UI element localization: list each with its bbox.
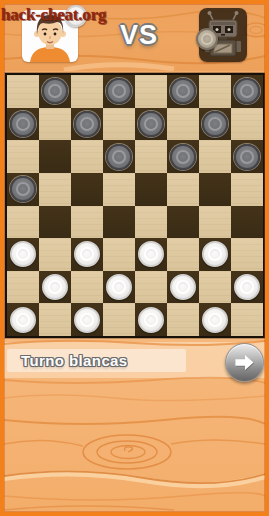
square-2-2[interactable] [71,140,103,173]
black-piece[interactable] [138,111,164,137]
square-7-0[interactable] [7,303,39,336]
square-2-1[interactable] [39,140,71,173]
square-5-4[interactable] [135,238,167,271]
square-0-5[interactable] [167,75,199,108]
square-1-4[interactable] [135,108,167,141]
black-piece[interactable] [202,111,228,137]
square-2-5[interactable] [167,140,199,173]
square-4-3[interactable] [103,206,135,239]
white-piece[interactable] [234,274,260,300]
next-button[interactable] [225,343,264,382]
square-4-2[interactable] [71,206,103,239]
square-2-4[interactable] [135,140,167,173]
square-7-7[interactable] [231,303,263,336]
square-2-0[interactable] [7,140,39,173]
black-piece[interactable] [170,78,196,104]
square-7-2[interactable] [71,303,103,336]
white-piece[interactable] [74,241,100,267]
square-5-2[interactable] [71,238,103,271]
black-piece[interactable] [234,144,260,170]
square-1-7[interactable] [231,108,263,141]
black-piece[interactable] [10,176,36,202]
black-piece[interactable] [42,78,68,104]
arrow-right-icon [235,354,255,371]
square-6-2[interactable] [71,271,103,304]
square-6-4[interactable] [135,271,167,304]
white-piece[interactable] [170,274,196,300]
square-0-1[interactable] [39,75,71,108]
square-5-3[interactable] [103,238,135,271]
square-5-5[interactable] [167,238,199,271]
white-piece[interactable] [42,274,68,300]
white-piece[interactable] [10,241,36,267]
black-piece[interactable] [10,111,36,137]
white-piece[interactable] [74,307,100,333]
square-6-5[interactable] [167,271,199,304]
square-6-3[interactable] [103,271,135,304]
square-5-6[interactable] [199,238,231,271]
square-5-1[interactable] [39,238,71,271]
square-0-0[interactable] [7,75,39,108]
white-piece[interactable] [138,241,164,267]
black-piece[interactable] [106,144,132,170]
square-2-7[interactable] [231,140,263,173]
square-5-0[interactable] [7,238,39,271]
white-piece[interactable] [202,307,228,333]
square-7-5[interactable] [167,303,199,336]
black-piece[interactable] [74,111,100,137]
white-piece[interactable] [106,274,132,300]
black-piece[interactable] [170,144,196,170]
square-6-1[interactable] [39,271,71,304]
gray-checker-badge-icon [196,28,218,50]
status-bar: Turno blancas [7,349,186,372]
square-3-0[interactable] [7,173,39,206]
square-2-3[interactable] [103,140,135,173]
square-0-7[interactable] [231,75,263,108]
square-7-1[interactable] [39,303,71,336]
square-4-7[interactable] [231,206,263,239]
black-piece[interactable] [234,78,260,104]
square-1-0[interactable] [7,108,39,141]
square-3-6[interactable] [199,173,231,206]
square-3-1[interactable] [39,173,71,206]
square-0-2[interactable] [71,75,103,108]
square-6-6[interactable] [199,271,231,304]
board [5,73,265,338]
square-4-4[interactable] [135,206,167,239]
square-1-3[interactable] [103,108,135,141]
square-1-2[interactable] [71,108,103,141]
square-2-6[interactable] [199,140,231,173]
square-3-4[interactable] [135,173,167,206]
square-4-5[interactable] [167,206,199,239]
square-4-6[interactable] [199,206,231,239]
square-7-4[interactable] [135,303,167,336]
square-0-3[interactable] [103,75,135,108]
square-6-0[interactable] [7,271,39,304]
app-screen: VS [0,0,269,516]
square-7-6[interactable] [199,303,231,336]
white-piece[interactable] [10,307,36,333]
turn-status-label: Turno blancas [7,352,128,369]
square-1-5[interactable] [167,108,199,141]
white-piece[interactable] [202,241,228,267]
square-4-0[interactable] [7,206,39,239]
watermark-text: hack-cheat.org [1,5,106,25]
square-3-5[interactable] [167,173,199,206]
square-1-1[interactable] [39,108,71,141]
square-3-3[interactable] [103,173,135,206]
square-6-7[interactable] [231,271,263,304]
square-0-4[interactable] [135,75,167,108]
black-piece[interactable] [106,78,132,104]
square-5-7[interactable] [231,238,263,271]
square-1-6[interactable] [199,108,231,141]
square-7-3[interactable] [103,303,135,336]
square-0-6[interactable] [199,75,231,108]
white-piece[interactable] [138,307,164,333]
vs-label: VS [104,20,174,51]
square-4-1[interactable] [39,206,71,239]
square-3-2[interactable] [71,173,103,206]
square-3-7[interactable] [231,173,263,206]
